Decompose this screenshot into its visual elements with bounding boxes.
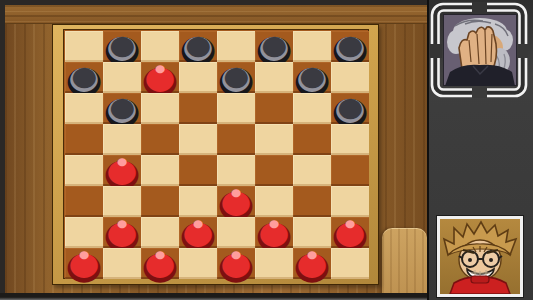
piece-glyph: ● bbox=[337, 31, 363, 57]
piece-glyph: ● bbox=[231, 249, 241, 260]
square-r7c6[interactable]: ●●● bbox=[255, 217, 293, 248]
active-player-selection-frame bbox=[430, 2, 528, 98]
piece-glyph: ● bbox=[337, 93, 363, 119]
square-r8c5[interactable]: ●●● bbox=[217, 248, 255, 279]
black-piece[interactable]: ●●● bbox=[255, 33, 293, 60]
table-area: ●●●●●●●●●●●●●●●●●●●●●●●●●●●●●●●●●●●●●●●●… bbox=[0, 0, 427, 300]
black-piece[interactable]: ●●● bbox=[331, 33, 369, 60]
piece-glyph: ● bbox=[109, 93, 135, 119]
square-r7c4[interactable]: ●●● bbox=[179, 217, 217, 248]
square-r8c4 bbox=[179, 248, 217, 279]
square-r3c7 bbox=[293, 93, 331, 124]
piece-glyph: ● bbox=[269, 218, 279, 229]
board-frame: ●●●●●●●●●●●●●●●●●●●●●●●●●●●●●●●●●●●●●●●●… bbox=[52, 24, 379, 285]
side-panel bbox=[427, 0, 533, 300]
piece-glyph: ● bbox=[155, 63, 165, 74]
screen-border-left bbox=[0, 0, 5, 300]
red-piece[interactable]: ●●● bbox=[141, 64, 179, 91]
black-piece[interactable]: ●●● bbox=[331, 95, 369, 122]
square-r2c3[interactable]: ●●● bbox=[141, 62, 179, 93]
square-r3c2[interactable]: ●●● bbox=[103, 93, 141, 124]
square-r2c6 bbox=[255, 62, 293, 93]
square-r3c5 bbox=[217, 93, 255, 124]
square-r4c8 bbox=[331, 124, 369, 155]
square-r8c8 bbox=[331, 248, 369, 279]
piece-glyph: ● bbox=[71, 62, 97, 88]
piece-glyph: ● bbox=[307, 249, 317, 260]
young-man-grin-illustration bbox=[440, 219, 520, 294]
opponent-portrait bbox=[443, 14, 517, 86]
square-r6c1[interactable] bbox=[65, 186, 103, 217]
square-r5c3 bbox=[141, 155, 179, 186]
square-r4c5[interactable] bbox=[217, 124, 255, 155]
square-r5c8[interactable] bbox=[331, 155, 369, 186]
red-piece[interactable]: ●●● bbox=[65, 250, 103, 277]
square-r8c6 bbox=[255, 248, 293, 279]
square-r7c8[interactable]: ●●● bbox=[331, 217, 369, 248]
square-r4c4 bbox=[179, 124, 217, 155]
piece-glyph: ● bbox=[299, 62, 325, 88]
square-r3c8[interactable]: ●●● bbox=[331, 93, 369, 124]
square-r5c1 bbox=[65, 155, 103, 186]
piece-glyph: ● bbox=[261, 31, 287, 57]
piece-glyph: ● bbox=[117, 218, 127, 229]
red-piece[interactable]: ●●● bbox=[141, 250, 179, 277]
screen-border-top bbox=[0, 0, 427, 5]
piece-glyph: ● bbox=[193, 218, 203, 229]
square-r3c4[interactable] bbox=[179, 93, 217, 124]
square-r8c7[interactable]: ●●● bbox=[293, 248, 331, 279]
red-piece[interactable]: ●●● bbox=[293, 250, 331, 277]
square-r6c5[interactable]: ●●● bbox=[217, 186, 255, 217]
black-piece[interactable]: ●●● bbox=[293, 64, 331, 91]
black-piece[interactable]: ●●● bbox=[217, 64, 255, 91]
square-r3c3 bbox=[141, 93, 179, 124]
square-r7c2[interactable]: ●●● bbox=[103, 217, 141, 248]
square-r8c3[interactable]: ●●● bbox=[141, 248, 179, 279]
red-piece[interactable]: ●●● bbox=[255, 219, 293, 246]
square-r5c4[interactable] bbox=[179, 155, 217, 186]
square-r4c6 bbox=[255, 124, 293, 155]
checkers-board: ●●●●●●●●●●●●●●●●●●●●●●●●●●●●●●●●●●●●●●●●… bbox=[65, 31, 369, 279]
piece-glyph: ● bbox=[345, 218, 355, 229]
square-r4c3[interactable] bbox=[141, 124, 179, 155]
square-r1c6[interactable]: ●●● bbox=[255, 31, 293, 62]
screen-border-bottom bbox=[0, 293, 427, 300]
red-piece[interactable]: ●●● bbox=[179, 219, 217, 246]
board-inner-frame: ●●●●●●●●●●●●●●●●●●●●●●●●●●●●●●●●●●●●●●●●… bbox=[63, 29, 369, 279]
piece-glyph: ● bbox=[117, 156, 127, 167]
square-r2c1[interactable]: ●●● bbox=[65, 62, 103, 93]
red-piece[interactable]: ●●● bbox=[103, 157, 141, 184]
square-r1c2[interactable]: ●●● bbox=[103, 31, 141, 62]
game-screen: ●●●●●●●●●●●●●●●●●●●●●●●●●●●●●●●●●●●●●●●●… bbox=[0, 0, 533, 300]
piece-glyph: ● bbox=[231, 187, 241, 198]
square-r2c4 bbox=[179, 62, 217, 93]
piece-glyph: ● bbox=[185, 31, 211, 57]
red-piece[interactable]: ●●● bbox=[103, 219, 141, 246]
square-r5c7 bbox=[293, 155, 331, 186]
square-r8c2 bbox=[103, 248, 141, 279]
square-r4c1[interactable] bbox=[65, 124, 103, 155]
square-r5c6[interactable] bbox=[255, 155, 293, 186]
wood-top-plank bbox=[5, 5, 427, 24]
square-r1c8[interactable]: ●●● bbox=[331, 31, 369, 62]
square-r6c7[interactable] bbox=[293, 186, 331, 217]
square-r3c1 bbox=[65, 93, 103, 124]
square-r2c7[interactable]: ●●● bbox=[293, 62, 331, 93]
square-r5c2[interactable]: ●●● bbox=[103, 155, 141, 186]
black-piece[interactable]: ●●● bbox=[103, 95, 141, 122]
black-piece[interactable]: ●●● bbox=[103, 33, 141, 60]
piece-glyph: ● bbox=[223, 62, 249, 88]
square-r1c4[interactable]: ●●● bbox=[179, 31, 217, 62]
piece-glyph: ● bbox=[155, 249, 165, 260]
black-piece[interactable]: ●●● bbox=[65, 64, 103, 91]
square-r2c5[interactable]: ●●● bbox=[217, 62, 255, 93]
old-man-facepalm-illustration bbox=[443, 14, 517, 86]
player-portrait-frame bbox=[437, 216, 523, 297]
black-piece[interactable]: ●●● bbox=[179, 33, 217, 60]
square-r6c3[interactable] bbox=[141, 186, 179, 217]
piece-glyph: ● bbox=[79, 249, 89, 260]
red-piece[interactable]: ●●● bbox=[331, 219, 369, 246]
wood-light-plank bbox=[382, 228, 427, 300]
square-r3c6[interactable] bbox=[255, 93, 293, 124]
piece-glyph: ● bbox=[109, 31, 135, 57]
red-piece[interactable]: ●●● bbox=[217, 188, 255, 215]
square-r4c7[interactable] bbox=[293, 124, 331, 155]
red-piece[interactable]: ●●● bbox=[217, 250, 255, 277]
square-r8c1[interactable]: ●●● bbox=[65, 248, 103, 279]
